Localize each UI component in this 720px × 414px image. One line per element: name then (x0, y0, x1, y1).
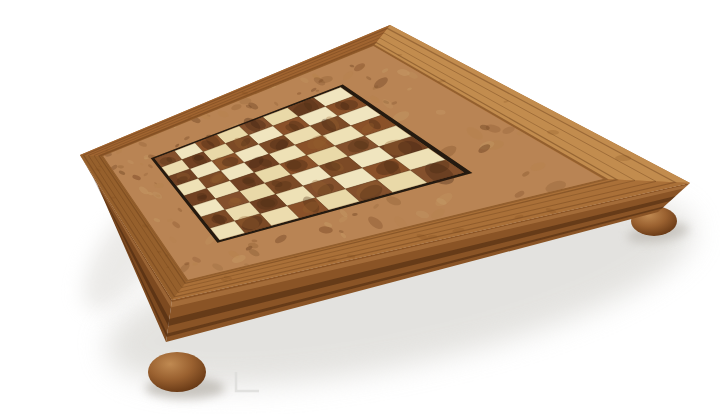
bun-foot-front-left (148, 352, 206, 392)
chessboard-photo-scene: chess (0, 0, 720, 414)
board-scene-svg (0, 0, 720, 414)
